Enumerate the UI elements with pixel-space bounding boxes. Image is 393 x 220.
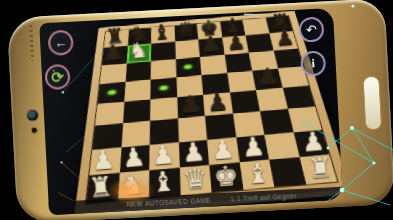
piece-black-pawn[interactable]: ♟	[100, 40, 126, 64]
camera-sensor	[31, 127, 38, 134]
piece-white-pawn[interactable]: ♟	[147, 139, 179, 169]
square-c4[interactable]	[150, 97, 177, 121]
restart-icon: ⟳	[51, 68, 65, 87]
camera-lens	[26, 108, 40, 122]
undo-button[interactable]: ↶	[298, 16, 324, 42]
square-e4[interactable]: ♟	[203, 93, 232, 117]
piece-black-pawn[interactable]: ♟	[254, 63, 282, 89]
square-f5[interactable]	[227, 71, 256, 93]
square-g4[interactable]	[256, 88, 288, 112]
square-b4[interactable]	[123, 99, 151, 123]
square-b7[interactable]: ♞	[126, 44, 151, 63]
piece-white-queen[interactable]: ♛	[178, 163, 212, 194]
piece-white-king[interactable]: ♚	[209, 160, 243, 191]
piece-black-pawn[interactable]: ♟	[175, 91, 205, 118]
square-f4[interactable]	[230, 90, 260, 114]
square-e7[interactable]: ♟	[198, 38, 224, 57]
square-h1[interactable]: ♜	[299, 154, 337, 184]
square-f6[interactable]	[224, 52, 252, 72]
restart-button[interactable]: ⟳	[44, 64, 70, 90]
move-hint-dot	[107, 90, 116, 95]
app-screen: ♜♞♝♛♚♝♜♟♞♟♟♟♟♟♟♟♟♟♟♟♟♟♜♞♝♛♚♝♜ ← ⟳ ↶ i NE…	[39, 8, 343, 215]
home-button[interactable]	[362, 76, 382, 131]
piece-white-bishop[interactable]: ♝	[147, 166, 181, 197]
square-b5[interactable]	[124, 80, 151, 102]
chess-board[interactable]: ♜♞♝♛♚♝♜♟♞♟♟♟♟♟♟♟♟♟♟♟♟♟♜♞♝♛♚♝♜	[74, 11, 342, 214]
square-c1[interactable]: ♝	[149, 167, 180, 198]
piece-white-rook[interactable]: ♜	[303, 152, 337, 183]
square-d8[interactable]: ♛	[174, 24, 198, 42]
piece-white-bishop[interactable]: ♝	[240, 158, 274, 189]
square-g1[interactable]	[269, 157, 306, 187]
square-a7[interactable]: ♟	[102, 46, 128, 65]
square-h4[interactable]	[282, 86, 315, 109]
piece-white-pawn[interactable]: ♟	[117, 142, 149, 172]
info-icon: i	[311, 56, 315, 71]
square-a6[interactable]	[100, 63, 127, 84]
square-d4[interactable]: ♟	[177, 95, 205, 119]
status-right-text: 1.1 Treff auf Gegner	[230, 192, 296, 202]
piece-white-knight[interactable]: ♞	[115, 169, 149, 200]
speaker-grille	[29, 25, 34, 61]
square-f7[interactable]: ♟	[222, 36, 249, 55]
piece-black-queen[interactable]: ♛	[173, 18, 198, 41]
phone-body: ♜♞♝♛♚♝♜♟♞♟♟♟♟♟♟♟♟♟♟♟♟♟♜♞♝♛♚♝♜ ← ⟳ ↶ i NE…	[7, 0, 393, 220]
promo-scene: ♜♞♝♛♚♝♜♟♞♟♟♟♟♟♟♟♟♟♟♟♟♟♜♞♝♛♚♝♜ ← ⟳ ↶ i NE…	[0, 0, 393, 220]
square-e1[interactable]: ♚	[209, 162, 243, 192]
square-d1[interactable]: ♛	[179, 165, 211, 195]
square-g5[interactable]: ♟	[252, 68, 282, 90]
square-f1[interactable]: ♝	[239, 160, 274, 190]
info-button[interactable]: i	[300, 50, 326, 76]
undo-arrow-icon: ↶	[306, 22, 318, 38]
square-e6[interactable]	[200, 55, 227, 75]
back-arrow-icon: ←	[54, 35, 68, 51]
square-a4[interactable]	[95, 102, 124, 126]
piece-black-pawn[interactable]: ♟	[271, 26, 297, 50]
square-b6[interactable]	[125, 61, 151, 82]
back-button[interactable]: ←	[48, 30, 74, 56]
piece-black-bishop[interactable]: ♝	[149, 20, 174, 43]
square-c8[interactable]: ♝	[151, 26, 175, 44]
move-hint-dot	[159, 86, 168, 91]
square-a5[interactable]	[98, 82, 126, 104]
status-left-text: NEW AUTOSAVED GAME	[127, 197, 212, 208]
piece-white-pawn[interactable]: ♟	[87, 145, 119, 175]
piece-black-pawn[interactable]: ♟	[198, 32, 224, 56]
piece-black-pawn[interactable]: ♟	[203, 88, 233, 115]
piece-black-pawn[interactable]: ♟	[222, 30, 248, 54]
square-c5[interactable]	[150, 77, 176, 99]
board-frame: ♜♞♝♛♚♝♜♟♞♟♟♟♟♟♟♟♟♟♟♟♟♟♜♞♝♛♚♝♜	[74, 11, 342, 214]
move-hint-dot	[184, 64, 193, 69]
square-d6[interactable]	[175, 57, 201, 78]
piece-white-knight[interactable]: ♞	[125, 38, 151, 62]
square-c6[interactable]	[151, 59, 176, 80]
square-h7[interactable]: ♟	[269, 31, 298, 50]
